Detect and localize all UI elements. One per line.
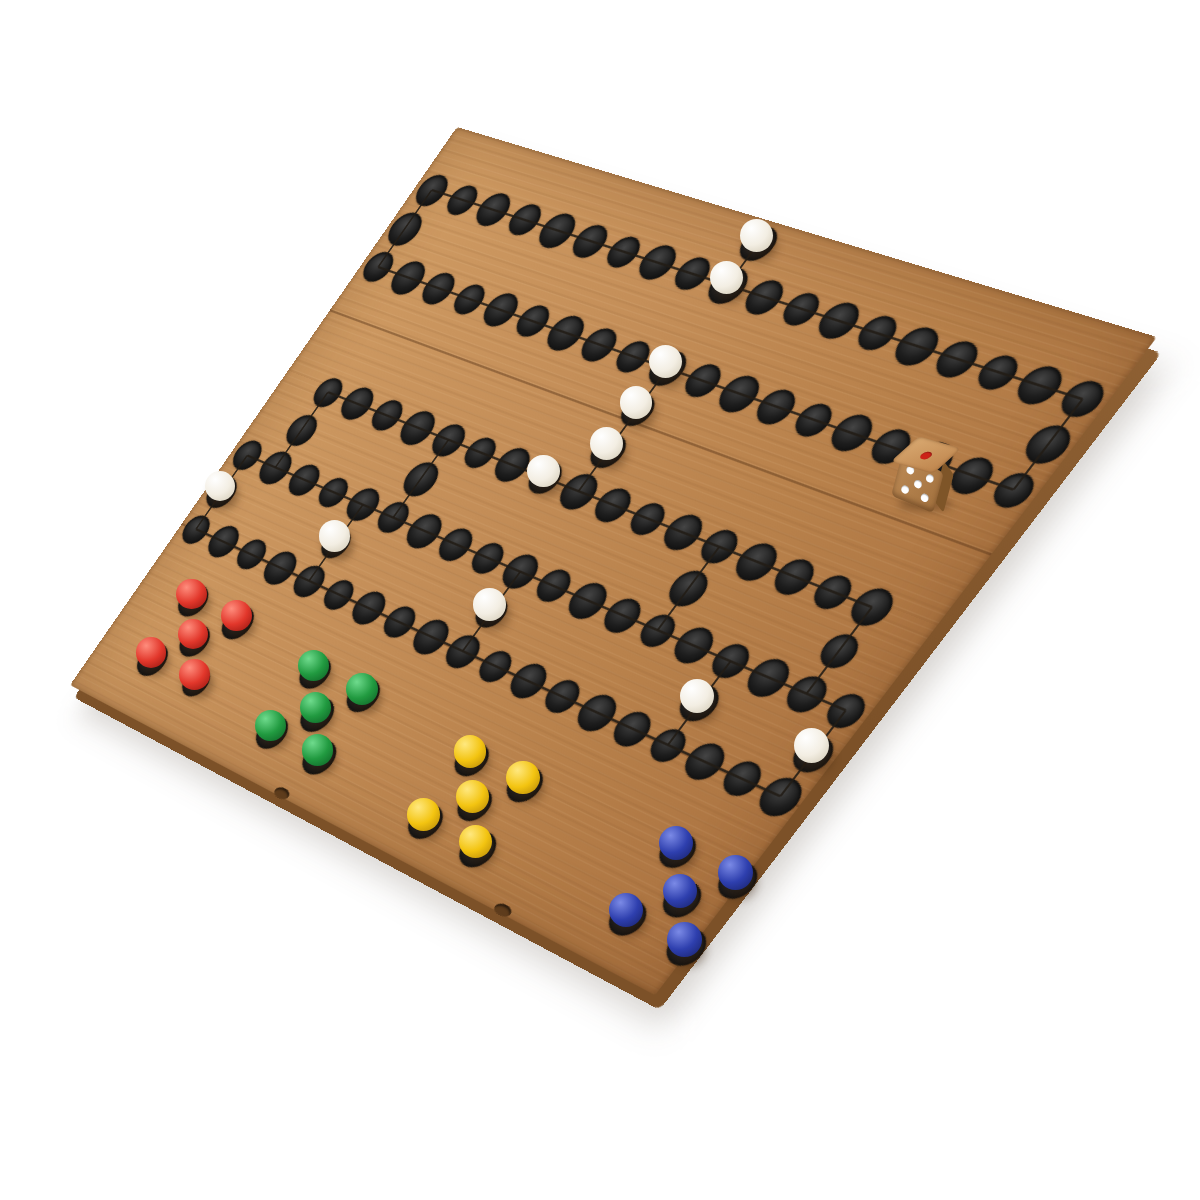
board-hole[interactable] xyxy=(655,876,708,923)
board-hole[interactable] xyxy=(452,825,504,872)
die-pip xyxy=(900,484,910,495)
path-line xyxy=(195,455,248,529)
die-pip xyxy=(913,479,923,490)
path-line xyxy=(275,392,329,468)
board-hole[interactable] xyxy=(293,652,337,693)
board-hole[interactable] xyxy=(215,601,260,643)
board-hole[interactable] xyxy=(340,674,387,717)
path-line xyxy=(657,546,721,630)
die-pip xyxy=(920,493,930,504)
board-hole[interactable] xyxy=(177,663,216,700)
board-hole[interactable] xyxy=(173,621,216,661)
board-hole[interactable] xyxy=(652,829,703,874)
die-pip xyxy=(917,451,934,461)
board-hole[interactable] xyxy=(250,712,295,754)
path-line xyxy=(805,607,873,694)
die-pip xyxy=(925,473,935,484)
product-photo-stage xyxy=(0,0,1200,1200)
board-hole[interactable] xyxy=(294,693,341,737)
path-line xyxy=(392,439,449,518)
path-line xyxy=(431,189,1084,401)
board-hole[interactable] xyxy=(172,581,214,621)
board-hole[interactable] xyxy=(451,782,499,826)
board-hole[interactable] xyxy=(296,735,343,779)
board-hole[interactable] xyxy=(448,737,496,780)
board-hole[interactable] xyxy=(131,639,174,680)
path-line xyxy=(667,661,732,746)
path-line xyxy=(327,391,873,608)
board-hole[interactable] xyxy=(401,800,450,845)
path-line xyxy=(377,190,432,268)
board-hole[interactable] xyxy=(499,762,550,807)
path-line xyxy=(462,571,521,651)
wooden-die[interactable] xyxy=(892,439,958,517)
board-hole[interactable] xyxy=(602,894,654,940)
path-line xyxy=(308,504,364,581)
